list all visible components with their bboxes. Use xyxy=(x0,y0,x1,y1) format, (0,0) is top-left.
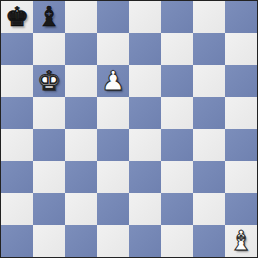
square-e7[interactable] xyxy=(129,33,161,65)
square-c8[interactable] xyxy=(65,1,97,33)
square-e1[interactable] xyxy=(129,225,161,257)
square-e6[interactable] xyxy=(129,65,161,97)
square-a1[interactable] xyxy=(1,225,33,257)
square-c5[interactable] xyxy=(65,97,97,129)
square-b2[interactable] xyxy=(33,193,65,225)
square-h5[interactable] xyxy=(225,97,257,129)
square-f1[interactable] xyxy=(161,225,193,257)
square-g2[interactable] xyxy=(193,193,225,225)
chess-board-frame: ♚♝♚♟♝ xyxy=(0,0,258,258)
square-f5[interactable] xyxy=(161,97,193,129)
square-e3[interactable] xyxy=(129,161,161,193)
square-b7[interactable] xyxy=(33,33,65,65)
square-g5[interactable] xyxy=(193,97,225,129)
square-c7[interactable] xyxy=(65,33,97,65)
square-e8[interactable] xyxy=(129,1,161,33)
square-g7[interactable] xyxy=(193,33,225,65)
square-g8[interactable] xyxy=(193,1,225,33)
square-d7[interactable] xyxy=(97,33,129,65)
square-f3[interactable] xyxy=(161,161,193,193)
black-bishop-piece: ♝ xyxy=(37,1,61,33)
square-b4[interactable] xyxy=(33,129,65,161)
square-f7[interactable] xyxy=(161,33,193,65)
square-d6[interactable]: ♟ xyxy=(97,65,129,97)
square-b1[interactable] xyxy=(33,225,65,257)
square-d1[interactable] xyxy=(97,225,129,257)
square-a6[interactable] xyxy=(1,65,33,97)
square-a5[interactable] xyxy=(1,97,33,129)
square-g6[interactable] xyxy=(193,65,225,97)
square-c4[interactable] xyxy=(65,129,97,161)
square-f8[interactable] xyxy=(161,1,193,33)
square-a7[interactable] xyxy=(1,33,33,65)
square-d2[interactable] xyxy=(97,193,129,225)
square-h7[interactable] xyxy=(225,33,257,65)
square-c1[interactable] xyxy=(65,225,97,257)
square-a2[interactable] xyxy=(1,193,33,225)
square-h8[interactable] xyxy=(225,1,257,33)
square-f6[interactable] xyxy=(161,65,193,97)
square-b3[interactable] xyxy=(33,161,65,193)
square-g4[interactable] xyxy=(193,129,225,161)
white-pawn-piece: ♟ xyxy=(101,65,125,97)
square-e2[interactable] xyxy=(129,193,161,225)
square-f2[interactable] xyxy=(161,193,193,225)
square-d8[interactable] xyxy=(97,1,129,33)
white-bishop-piece: ♝ xyxy=(229,225,253,257)
square-d4[interactable] xyxy=(97,129,129,161)
square-c6[interactable] xyxy=(65,65,97,97)
square-d3[interactable] xyxy=(97,161,129,193)
square-g1[interactable] xyxy=(193,225,225,257)
square-d5[interactable] xyxy=(97,97,129,129)
square-h1[interactable]: ♝ xyxy=(225,225,257,257)
square-e4[interactable] xyxy=(129,129,161,161)
square-c2[interactable] xyxy=(65,193,97,225)
square-b5[interactable] xyxy=(33,97,65,129)
square-h4[interactable] xyxy=(225,129,257,161)
square-c3[interactable] xyxy=(65,161,97,193)
square-f4[interactable] xyxy=(161,129,193,161)
square-h6[interactable] xyxy=(225,65,257,97)
square-b6[interactable]: ♚ xyxy=(33,65,65,97)
black-king-piece: ♚ xyxy=(5,1,29,33)
square-g3[interactable] xyxy=(193,161,225,193)
square-a8[interactable]: ♚ xyxy=(1,1,33,33)
chess-board: ♚♝♚♟♝ xyxy=(1,1,257,257)
square-a4[interactable] xyxy=(1,129,33,161)
white-king-piece: ♚ xyxy=(37,65,61,97)
square-h2[interactable] xyxy=(225,193,257,225)
square-h3[interactable] xyxy=(225,161,257,193)
square-b8[interactable]: ♝ xyxy=(33,1,65,33)
square-e5[interactable] xyxy=(129,97,161,129)
square-a3[interactable] xyxy=(1,161,33,193)
